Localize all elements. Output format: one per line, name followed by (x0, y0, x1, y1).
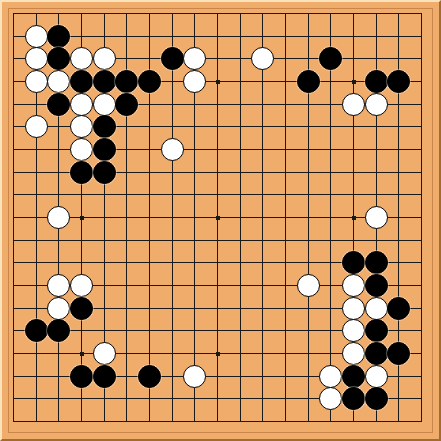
white-stone[interactable] (25, 47, 48, 70)
white-stone[interactable] (342, 274, 365, 297)
black-stone[interactable] (365, 70, 388, 93)
white-stone[interactable] (319, 365, 342, 388)
black-stone[interactable] (70, 297, 93, 320)
white-stone[interactable] (70, 115, 93, 138)
black-stone[interactable] (93, 115, 116, 138)
star-point (80, 352, 84, 356)
black-stone[interactable] (115, 70, 138, 93)
white-stone[interactable] (297, 274, 320, 297)
white-stone[interactable] (365, 365, 388, 388)
white-stone[interactable] (70, 47, 93, 70)
white-stone[interactable] (342, 297, 365, 320)
star-point (352, 216, 356, 220)
black-stone[interactable] (93, 365, 116, 388)
white-stone[interactable] (47, 274, 70, 297)
black-stone[interactable] (161, 47, 184, 70)
white-stone[interactable] (25, 25, 48, 48)
white-stone[interactable] (47, 206, 70, 229)
white-stone[interactable] (342, 342, 365, 365)
white-stone[interactable] (365, 297, 388, 320)
white-stone[interactable] (93, 93, 116, 116)
white-stone[interactable] (342, 93, 365, 116)
white-stone[interactable] (70, 274, 93, 297)
black-stone[interactable] (387, 342, 410, 365)
go-board-frame (0, 0, 441, 441)
white-stone[interactable] (183, 70, 206, 93)
black-stone[interactable] (93, 70, 116, 93)
black-stone[interactable] (47, 47, 70, 70)
black-stone[interactable] (93, 138, 116, 161)
black-stone[interactable] (365, 251, 388, 274)
black-stone[interactable] (70, 161, 93, 184)
white-stone[interactable] (183, 47, 206, 70)
star-point (216, 352, 220, 356)
black-stone[interactable] (319, 47, 342, 70)
black-stone[interactable] (365, 387, 388, 410)
black-stone[interactable] (387, 297, 410, 320)
white-stone[interactable] (93, 47, 116, 70)
black-stone[interactable] (70, 70, 93, 93)
black-stone[interactable] (25, 319, 48, 342)
black-stone[interactable] (387, 70, 410, 93)
black-stone[interactable] (47, 93, 70, 116)
white-stone[interactable] (25, 70, 48, 93)
star-point (352, 80, 356, 84)
white-stone[interactable] (183, 365, 206, 388)
white-stone[interactable] (161, 138, 184, 161)
white-stone[interactable] (342, 319, 365, 342)
star-point (216, 80, 220, 84)
black-stone[interactable] (47, 319, 70, 342)
white-stone[interactable] (47, 297, 70, 320)
black-stone[interactable] (47, 25, 70, 48)
star-point (80, 216, 84, 220)
black-stone[interactable] (365, 319, 388, 342)
black-stone[interactable] (342, 387, 365, 410)
black-stone[interactable] (365, 274, 388, 297)
black-stone[interactable] (297, 70, 320, 93)
black-stone[interactable] (342, 365, 365, 388)
white-stone[interactable] (47, 70, 70, 93)
white-stone[interactable] (93, 342, 116, 365)
black-stone[interactable] (115, 93, 138, 116)
white-stone[interactable] (70, 93, 93, 116)
white-stone[interactable] (70, 138, 93, 161)
black-stone[interactable] (93, 161, 116, 184)
white-stone[interactable] (251, 47, 274, 70)
black-stone[interactable] (365, 342, 388, 365)
white-stone[interactable] (365, 93, 388, 116)
black-stone[interactable] (138, 70, 161, 93)
white-stone[interactable] (25, 115, 48, 138)
board-grid[interactable] (13, 13, 422, 422)
white-stone[interactable] (365, 206, 388, 229)
black-stone[interactable] (342, 251, 365, 274)
black-stone[interactable] (138, 365, 161, 388)
black-stone[interactable] (70, 365, 93, 388)
white-stone[interactable] (319, 387, 342, 410)
star-point (216, 216, 220, 220)
